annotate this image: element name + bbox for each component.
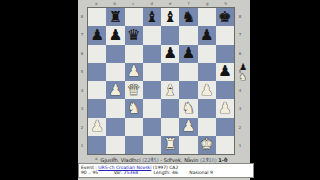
rank-label-4: 4 (78, 81, 86, 100)
square-h8[interactable]: ♚ (216, 8, 234, 26)
square-g3[interactable] (198, 99, 216, 117)
file-label-h: h (217, 1, 236, 6)
black-rook[interactable]: ♜ (109, 9, 122, 24)
var-value[interactable]: 25368 (124, 170, 138, 175)
square-h5[interactable]: ♟ (216, 63, 234, 81)
meta-row: 90 .. 95 Var: 25368 Length: 46 Nasional … (81, 170, 251, 176)
event-suffix: (1997) CA2 (153, 165, 178, 170)
square-c4[interactable]: ♛ (125, 81, 143, 99)
material-tray: ♟♞ (237, 62, 249, 82)
square-a6[interactable] (88, 45, 106, 63)
black-king[interactable]: ♚ (218, 9, 231, 24)
black-pawn[interactable]: ♟ (182, 46, 195, 61)
black-bishop[interactable]: ♝ (145, 9, 158, 24)
square-a2[interactable]: ♟ (88, 118, 106, 136)
rank-label-8: 8 (236, 7, 244, 26)
app-window: abcdefgh 87654321 ♜♝♝♞♚♟♟♛♟♟♟♟♟♟♛♝♟♞♞♟♟♟… (0, 0, 320, 180)
square-b4[interactable]: ♟ (106, 81, 124, 99)
square-e5[interactable] (161, 63, 179, 81)
black-knight[interactable]: ♞ (182, 9, 195, 24)
square-h3[interactable]: ♟ (216, 99, 234, 117)
rank-labels-left: 87654321 (78, 7, 86, 155)
square-a1[interactable] (88, 136, 106, 154)
rank-label-6: 6 (78, 44, 86, 63)
white-knight[interactable]: ♞ (182, 100, 195, 115)
square-b5[interactable] (106, 63, 124, 81)
rank-label-2: 2 (236, 118, 244, 137)
square-d7[interactable] (143, 26, 161, 44)
white-king[interactable]: ♚ (200, 137, 213, 152)
moves-range: 90 .. 95 (81, 170, 98, 175)
square-e3[interactable] (161, 99, 179, 117)
square-h4[interactable] (216, 81, 234, 99)
square-a3[interactable] (88, 99, 106, 117)
square-c3[interactable]: ♞ (125, 99, 143, 117)
square-c5[interactable]: ♟ (125, 63, 143, 81)
black-pawn[interactable]: ♟ (90, 27, 103, 42)
square-g8[interactable] (198, 8, 216, 26)
black-pawn[interactable]: ♟ (163, 46, 176, 61)
square-h2[interactable] (216, 118, 234, 136)
rank-label-5: 5 (78, 63, 86, 82)
black-pawn[interactable]: ♟ (218, 64, 231, 79)
square-b2[interactable] (106, 118, 124, 136)
rank-label-3: 3 (78, 100, 86, 119)
square-g4[interactable]: ♟ (198, 81, 216, 99)
square-d1[interactable] (143, 136, 161, 154)
square-g6[interactable] (198, 45, 216, 63)
game-info-panel: Event : URS-ch Croatian Novski (1997) CA… (78, 163, 254, 178)
length-label: Length: (154, 170, 171, 175)
square-b1[interactable] (106, 136, 124, 154)
rank-label-1: 1 (78, 137, 86, 156)
square-d5[interactable] (143, 63, 161, 81)
square-h6[interactable] (216, 45, 234, 63)
white-pawn[interactable]: ♟ (200, 82, 213, 97)
square-f1[interactable] (179, 136, 197, 154)
square-f2[interactable]: ♟ (179, 118, 197, 136)
rank-label-2: 2 (78, 118, 86, 137)
square-g2[interactable] (198, 118, 216, 136)
rank-label-7: 7 (78, 26, 86, 45)
black-pawn-icon: ♟ (239, 62, 247, 72)
square-e1[interactable]: ♜ (161, 136, 179, 154)
board-panel: abcdefgh 87654321 ♜♝♝♞♚♟♟♛♟♟♟♟♟♟♛♝♟♞♞♟♟♟… (78, 0, 250, 180)
square-d6[interactable] (143, 45, 161, 63)
square-f6[interactable]: ♟ (179, 45, 197, 63)
extra-info: Nasional 9 (189, 170, 213, 175)
white-pawn[interactable]: ♟ (218, 100, 231, 115)
square-a8[interactable] (88, 8, 106, 26)
file-label-e: e (161, 1, 180, 6)
square-f3[interactable]: ♞ (179, 99, 197, 117)
square-e4[interactable]: ♝ (161, 81, 179, 99)
square-c1[interactable] (125, 136, 143, 154)
square-f7[interactable] (179, 26, 197, 44)
square-f5[interactable] (179, 63, 197, 81)
square-h7[interactable] (216, 26, 234, 44)
white-pawn[interactable]: ♟ (182, 119, 195, 134)
rank-label-6: 6 (236, 44, 244, 63)
event-link[interactable]: URS-ch Croatian Novski (98, 165, 151, 170)
square-a5[interactable] (88, 63, 106, 81)
square-e7[interactable] (161, 26, 179, 44)
square-c6[interactable] (125, 45, 143, 63)
rank-label-7: 7 (236, 26, 244, 45)
square-c7[interactable]: ♛ (125, 26, 143, 44)
square-c8[interactable] (125, 8, 143, 26)
file-labels-top: abcdefgh (87, 1, 235, 6)
square-b6[interactable] (106, 45, 124, 63)
var-label: Var: (114, 170, 123, 175)
rank-label-1: 1 (236, 137, 244, 156)
square-b3[interactable] (106, 99, 124, 117)
rank-label-8: 8 (78, 7, 86, 26)
file-label-a: a (87, 1, 106, 6)
file-label-b: b (106, 1, 125, 6)
square-d8[interactable]: ♝ (143, 8, 161, 26)
file-label-d: d (143, 1, 162, 6)
square-c2[interactable] (125, 118, 143, 136)
square-e8[interactable]: ♝ (161, 8, 179, 26)
square-d2[interactable] (143, 118, 161, 136)
square-b7[interactable]: ♟ (106, 26, 124, 44)
board[interactable]: ♜♝♝♞♚♟♟♛♟♟♟♟♟♟♛♝♟♞♞♟♟♟♜♚ (87, 7, 235, 155)
square-e6[interactable]: ♟ (161, 45, 179, 63)
square-a4[interactable] (88, 81, 106, 99)
square-h1[interactable] (216, 136, 234, 154)
square-d3[interactable] (143, 99, 161, 117)
white-bishop[interactable]: ♝ (163, 82, 176, 97)
square-g5[interactable] (198, 63, 216, 81)
white-knight-icon: ♞ (239, 72, 247, 82)
black-pawn[interactable]: ♟ (200, 27, 213, 42)
black-queen[interactable]: ♛ (127, 27, 140, 42)
square-g1[interactable]: ♚ (198, 136, 216, 154)
square-b8[interactable]: ♜ (106, 8, 124, 26)
white-knight[interactable]: ♞ (127, 100, 140, 115)
white-queen[interactable]: ♛ (127, 82, 140, 97)
square-e2[interactable] (161, 118, 179, 136)
file-label-f: f (180, 1, 199, 6)
length-value: 46 (172, 170, 178, 175)
rank-label-3: 3 (236, 100, 244, 119)
square-g7[interactable]: ♟ (198, 26, 216, 44)
black-pawn[interactable]: ♟ (109, 27, 122, 42)
square-a7[interactable]: ♟ (88, 26, 106, 44)
square-d4[interactable] (143, 81, 161, 99)
white-rook[interactable]: ♜ (163, 137, 176, 152)
file-label-c: c (124, 1, 143, 6)
square-f8[interactable]: ♞ (179, 8, 197, 26)
white-pawn[interactable]: ♟ (109, 82, 122, 97)
event-label: Event : (81, 165, 97, 170)
black-bishop[interactable]: ♝ (163, 9, 176, 24)
rank-label-4: 4 (236, 81, 244, 100)
white-pawn[interactable]: ♟ (90, 119, 103, 134)
square-f4[interactable] (179, 81, 197, 99)
file-label-g: g (198, 1, 217, 6)
white-pawn[interactable]: ♟ (127, 64, 140, 79)
